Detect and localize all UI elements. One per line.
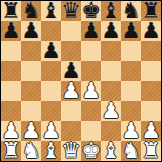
square-e1[interactable]: ♚ — [81, 141, 101, 161]
square-c6[interactable]: ♟ — [41, 41, 61, 61]
square-f7[interactable]: ♟ — [101, 21, 121, 41]
piece-white-pawn[interactable]: ♟ — [101, 101, 121, 121]
square-a5[interactable] — [1, 61, 21, 81]
square-a1[interactable]: ♜ — [1, 141, 21, 161]
square-f1[interactable]: ♝ — [101, 141, 121, 161]
piece-black-queen[interactable]: ♛ — [61, 1, 81, 21]
square-a6[interactable] — [1, 41, 21, 61]
square-g5[interactable] — [121, 61, 141, 81]
piece-white-bishop[interactable]: ♝ — [41, 141, 61, 161]
piece-white-queen[interactable]: ♛ — [61, 141, 81, 161]
piece-white-knight[interactable]: ♞ — [121, 141, 141, 161]
square-g6[interactable] — [121, 41, 141, 61]
square-b1[interactable]: ♞ — [21, 141, 41, 161]
piece-white-rook[interactable]: ♜ — [1, 141, 21, 161]
square-d4[interactable]: ♟ — [61, 81, 81, 101]
square-h6[interactable] — [141, 41, 161, 61]
piece-white-king[interactable]: ♚ — [81, 141, 101, 161]
square-f6[interactable] — [101, 41, 121, 61]
square-d7[interactable] — [61, 21, 81, 41]
square-c5[interactable] — [41, 61, 61, 81]
piece-white-pawn[interactable]: ♟ — [61, 81, 81, 101]
square-h5[interactable] — [141, 61, 161, 81]
piece-black-bishop[interactable]: ♝ — [41, 1, 61, 21]
square-b6[interactable] — [21, 41, 41, 61]
square-c8[interactable]: ♝ — [41, 1, 61, 21]
square-h7[interactable]: ♟ — [141, 21, 161, 41]
square-h4[interactable] — [141, 81, 161, 101]
piece-black-pawn[interactable]: ♟ — [121, 21, 141, 41]
square-b5[interactable] — [21, 61, 41, 81]
square-b4[interactable] — [21, 81, 41, 101]
square-d1[interactable]: ♛ — [61, 141, 81, 161]
square-e7[interactable]: ♟ — [81, 21, 101, 41]
square-b7[interactable]: ♟ — [21, 21, 41, 41]
piece-white-rook[interactable]: ♜ — [141, 141, 161, 161]
square-d3[interactable] — [61, 101, 81, 121]
square-c1[interactable]: ♝ — [41, 141, 61, 161]
square-a7[interactable]: ♟ — [1, 21, 21, 41]
square-h1[interactable]: ♜ — [141, 141, 161, 161]
square-f5[interactable] — [101, 61, 121, 81]
square-g7[interactable]: ♟ — [121, 21, 141, 41]
square-e4[interactable]: ♟ — [81, 81, 101, 101]
piece-white-bishop[interactable]: ♝ — [101, 141, 121, 161]
piece-black-pawn[interactable]: ♟ — [1, 21, 21, 41]
square-d8[interactable]: ♛ — [61, 1, 81, 21]
square-e3[interactable] — [81, 101, 101, 121]
piece-black-pawn[interactable]: ♟ — [41, 41, 61, 61]
piece-white-knight[interactable]: ♞ — [21, 141, 41, 161]
square-f3[interactable]: ♟ — [101, 101, 121, 121]
square-g1[interactable]: ♞ — [121, 141, 141, 161]
piece-black-pawn[interactable]: ♟ — [101, 21, 121, 41]
square-e6[interactable] — [81, 41, 101, 61]
square-c4[interactable] — [41, 81, 61, 101]
square-g4[interactable] — [121, 81, 141, 101]
piece-black-pawn[interactable]: ♟ — [81, 21, 101, 41]
chess-board: ♜♞♝♛♚♝♞♜♟♟♟♟♟♟♟♟♟♟♟♟♟♟♟♟♜♞♝♛♚♝♞♜ — [0, 0, 162, 162]
piece-black-pawn[interactable]: ♟ — [141, 21, 161, 41]
square-a4[interactable] — [1, 81, 21, 101]
piece-white-pawn[interactable]: ♟ — [81, 81, 101, 101]
piece-black-pawn[interactable]: ♟ — [21, 21, 41, 41]
